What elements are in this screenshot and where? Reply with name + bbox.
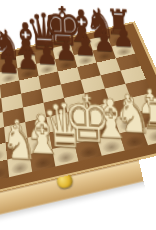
- perspective-scene: ♜♞♝♛♚♝♞♜♟♟♟♟♟♟♟♟♟♟♟♟♟♟♟♟♜♞♝♛♚♝♞♜: [0, 0, 156, 230]
- chess-set-photo: ♜♞♝♛♚♝♞♜♟♟♟♟♟♟♟♟♟♟♟♟♟♟♟♟♜♞♝♛♚♝♞♜: [0, 0, 156, 230]
- black-pawn-piece: ♟: [102, 20, 145, 51]
- brass-clasp-icon: [56, 172, 74, 189]
- chess-board: ♜♞♝♛♚♝♞♜♟♟♟♟♟♟♟♟♟♟♟♟♟♟♟♟♜♞♝♛♚♝♞♜: [0, 21, 156, 199]
- white-rook-piece: ♜: [130, 92, 156, 136]
- board-scene: ♜♞♝♛♚♝♞♜♟♟♟♟♟♟♟♟♟♟♟♟♟♟♟♟♜♞♝♛♚♝♞♜: [0, 0, 156, 230]
